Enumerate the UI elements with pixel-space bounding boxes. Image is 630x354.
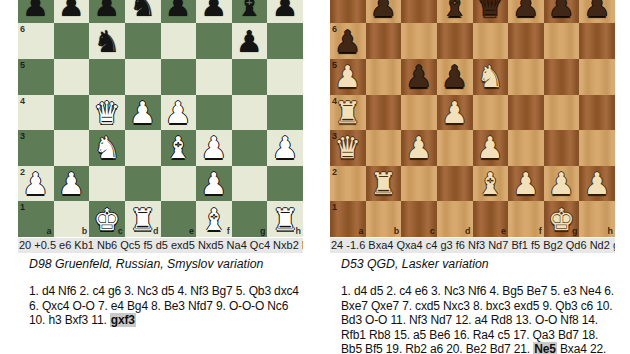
file-label-f: f [539, 227, 542, 236]
file-label-d: d [153, 227, 159, 236]
square-d3[interactable] [437, 130, 473, 166]
white-pawn-c3: ♟ [406, 130, 433, 165]
rank-label-1: 1 [332, 203, 337, 212]
square-c4[interactable]: ♛ [89, 95, 125, 131]
white-pawn-h3: ♟ [272, 130, 299, 165]
square-a3[interactable]: 3 [18, 130, 54, 166]
white-bishop-e3: ♝ [165, 130, 192, 165]
square-h2[interactable]: ♟ [579, 166, 615, 202]
black-knight-d7: ♞ [129, 0, 156, 23]
white-pawn-f2: ♟ [200, 166, 227, 201]
black-pawn-g6: ♟ [236, 24, 263, 59]
eco-opening-name-left: D98 Gruenfeld, Russian, Smyslov variatio… [29, 257, 303, 272]
eco-opening-name-right: D53 QGD, Lasker variation [341, 257, 615, 272]
rank-label-5: 5 [332, 61, 337, 70]
square-f3[interactable] [508, 130, 544, 166]
black-pawn-a7: ♟ [22, 0, 49, 23]
file-label-g: g [572, 227, 578, 236]
square-d3[interactable] [125, 130, 161, 166]
white-queen-c4: ♛ [94, 95, 121, 130]
square-e4[interactable]: ♟ [161, 95, 197, 131]
square-f6[interactable] [508, 23, 544, 59]
file-label-a: a [47, 227, 52, 236]
square-c3[interactable]: ♟ [401, 130, 437, 166]
black-pawn-c5: ♟ [406, 59, 433, 94]
white-pawn-e3: ♟ [477, 130, 504, 165]
square-h7[interactable]: ♟ [267, 0, 303, 23]
square-f4[interactable] [196, 95, 232, 131]
square-b4[interactable] [54, 95, 90, 131]
square-h6[interactable] [267, 23, 303, 59]
black-pawn-h7: ♟ [272, 0, 299, 23]
square-a7[interactable]: 7♟ [18, 0, 54, 23]
square-e7[interactable]: ♛ [473, 0, 509, 23]
square-g2[interactable]: ♟ [544, 166, 580, 202]
white-pawn-h2: ♟ [584, 166, 611, 201]
white-bishop-f1: ♝ [200, 202, 227, 237]
white-pawn-f2: ♟ [512, 166, 539, 201]
square-c1[interactable]: c♚ [89, 201, 125, 237]
file-label-f: f [227, 227, 230, 236]
file-label-a: a [359, 227, 364, 236]
square-b5[interactable] [366, 59, 402, 95]
two-game-analysis-view: 8♜♛♜♚7♟♟♟♞♟♟♝♟6♞♟54♛♟♟3♞♝♟♟2♟♟♟1abc♚d♜ef… [0, 0, 630, 354]
rank-label-5: 5 [20, 61, 25, 70]
file-label-b: b [394, 227, 400, 236]
black-pawn-b7: ♟ [370, 0, 397, 23]
square-c7[interactable] [401, 0, 437, 23]
move-list-right[interactable]: 1. d4 d5 2. c4 e6 3. Nc3 Nf6 4. Bg5 Be7 … [341, 284, 617, 354]
square-f1[interactable]: f [508, 201, 544, 237]
square-f7[interactable]: ♟ [508, 0, 544, 23]
square-c2[interactable] [401, 166, 437, 202]
square-c5[interactable]: ♟ [401, 59, 437, 95]
square-c1[interactable]: c [401, 201, 437, 237]
square-e2[interactable]: ♝ [473, 166, 509, 202]
rank-label-1: 1 [20, 203, 25, 212]
square-g4[interactable] [232, 95, 268, 131]
square-f1[interactable]: f♝ [196, 201, 232, 237]
square-g2[interactable] [232, 166, 268, 202]
square-a1[interactable]: 1a [330, 201, 366, 237]
square-e3[interactable]: ♟ [473, 130, 509, 166]
board-grid-left: 8♜♛♜♚7♟♟♟♞♟♟♝♟6♞♟54♛♟♟3♞♝♟♟2♟♟♟1abc♚d♜ef… [18, 0, 303, 237]
rank-label-3: 3 [332, 132, 337, 141]
square-c4[interactable] [401, 95, 437, 131]
square-c3[interactable]: ♞ [89, 130, 125, 166]
square-d5[interactable] [125, 59, 161, 95]
square-h1[interactable]: h [579, 201, 615, 237]
black-queen-e7: ♛ [477, 0, 504, 23]
file-label-h: h [296, 227, 302, 236]
square-a6[interactable]: 6 [18, 23, 54, 59]
black-pawn-b7: ♟ [58, 0, 85, 23]
white-rook-b2: ♜ [370, 166, 397, 201]
square-g3[interactable] [544, 130, 580, 166]
square-c6[interactable] [401, 23, 437, 59]
rank-label-4: 4 [332, 97, 337, 106]
square-b7[interactable]: ♟ [366, 0, 402, 23]
game-panel-left: 8♜♛♜♚7♟♟♟♞♟♟♝♟6♞♟54♛♟♟3♞♝♟♟2♟♟♟1abc♚d♜ef… [18, 0, 303, 354]
file-label-e: e [189, 227, 194, 236]
board-grid-right: 8♜♜♞♚7♟♝♛♟♟♟6♟5♟♟♟♞4♜♟3♛♟♟2♜♝♟♟♟1abcdefg… [330, 0, 615, 237]
current-move-left[interactable]: gxf3 [110, 313, 136, 327]
square-g5[interactable] [544, 59, 580, 95]
black-pawn-f7: ♟ [512, 0, 539, 23]
square-a5[interactable]: 5♟ [330, 59, 366, 95]
square-g6[interactable] [544, 23, 580, 59]
white-knight-c3: ♞ [94, 130, 121, 165]
file-label-g: g [260, 227, 266, 236]
file-label-h: h [608, 227, 614, 236]
black-pawn-h7: ♟ [584, 0, 611, 23]
white-pawn-f3: ♟ [200, 130, 227, 165]
rank-label-2: 2 [332, 168, 337, 177]
square-h1[interactable]: h♜ [267, 201, 303, 237]
square-b2[interactable]: ♟ [54, 166, 90, 202]
current-move-right[interactable]: Ne5 [533, 342, 557, 354]
square-g7[interactable]: ♟ [544, 0, 580, 23]
square-b4[interactable] [366, 95, 402, 131]
rank-label-3: 3 [20, 132, 25, 141]
file-label-e: e [501, 227, 506, 236]
square-a5[interactable]: 5 [18, 59, 54, 95]
square-b7[interactable]: ♟ [54, 0, 90, 23]
white-pawn-e4: ♟ [165, 95, 192, 130]
black-pawn-g7: ♟ [548, 0, 575, 23]
square-g1[interactable]: g [232, 201, 268, 237]
black-bishop-d7: ♝ [441, 0, 468, 23]
square-c7[interactable]: ♟ [89, 0, 125, 23]
square-h6[interactable] [579, 23, 615, 59]
white-pawn-g2: ♟ [548, 166, 575, 201]
square-b2[interactable]: ♜ [366, 166, 402, 202]
square-b1[interactable]: b [366, 201, 402, 237]
white-pawn-a5: ♟ [334, 59, 361, 94]
square-e6[interactable] [473, 23, 509, 59]
rank-label-2: 2 [20, 168, 25, 177]
file-label-c: c [118, 227, 123, 236]
square-b3[interactable] [54, 130, 90, 166]
white-rook-a4: ♜ [334, 95, 361, 130]
square-d7[interactable]: ♞ [125, 0, 161, 23]
square-f2[interactable]: ♟ [196, 166, 232, 202]
square-d1[interactable]: d♜ [125, 201, 161, 237]
square-a4[interactable]: 4♜ [330, 95, 366, 131]
square-b5[interactable] [54, 59, 90, 95]
square-a1[interactable]: 1a [18, 201, 54, 237]
white-pawn-d4: ♟ [129, 95, 156, 130]
square-b3[interactable] [366, 130, 402, 166]
square-e5[interactable]: ♞ [473, 59, 509, 95]
square-h4[interactable] [579, 95, 615, 131]
game-panel-right: 8♜♜♞♚7♟♝♛♟♟♟6♟5♟♟♟♞4♜♟3♛♟♟2♜♝♟♟♟1abcdefg… [330, 0, 615, 354]
rank-label-6: 6 [332, 25, 337, 34]
white-bishop-e2: ♝ [477, 166, 504, 201]
square-f6[interactable] [196, 23, 232, 59]
rank-label-6: 6 [20, 25, 25, 34]
black-pawn-f7: ♟ [200, 0, 227, 23]
square-f4[interactable] [508, 95, 544, 131]
square-g6[interactable]: ♟ [232, 23, 268, 59]
square-d6[interactable] [437, 23, 473, 59]
square-c2[interactable] [89, 166, 125, 202]
white-king-c1: ♚ [94, 202, 121, 237]
black-pawn-c7: ♟ [94, 0, 121, 23]
square-d1[interactable]: d [437, 201, 473, 237]
square-f5[interactable] [508, 59, 544, 95]
square-e1[interactable]: e [161, 201, 197, 237]
rank-label-4: 4 [20, 97, 25, 106]
square-d2[interactable] [437, 166, 473, 202]
square-d2[interactable] [125, 166, 161, 202]
square-g7[interactable]: ♝ [232, 0, 268, 23]
square-d5[interactable]: ♟ [437, 59, 473, 95]
black-pawn-d5: ♟ [441, 59, 468, 94]
engine-analysis-line-left: 20 +0.5 e6 Kb1 Nb6 Qc5 f5 d5 exd5 Nxd5 N… [18, 238, 303, 253]
chess-board-left: 8♜♛♜♚7♟♟♟♞♟♟♝♟6♞♟54♛♟♟3♞♝♟♟2♟♟♟1abc♚d♜ef… [18, 0, 303, 237]
square-a3[interactable]: 3♛ [330, 130, 366, 166]
square-e6[interactable] [161, 23, 197, 59]
square-f7[interactable]: ♟ [196, 0, 232, 23]
move-list-left[interactable]: 1. d4 Nf6 2. c4 g6 3. Nc3 d5 4. Nf3 Bg7 … [29, 284, 305, 328]
square-h7[interactable]: ♟ [579, 0, 615, 23]
file-label-c: c [430, 227, 435, 236]
square-b6[interactable] [366, 23, 402, 59]
file-label-b: b [82, 227, 88, 236]
square-e5[interactable] [161, 59, 197, 95]
square-f2[interactable]: ♟ [508, 166, 544, 202]
square-a2[interactable]: 2♟ [18, 166, 54, 202]
square-e7[interactable]: ♟ [161, 0, 197, 23]
square-h3[interactable] [579, 130, 615, 166]
square-d7[interactable]: ♝ [437, 0, 473, 23]
moves-before-left[interactable]: 1. d4 Nf6 2. c4 g6 3. Nc3 d5 4. Nf3 Bg7 … [29, 284, 299, 327]
black-pawn-e7: ♟ [165, 0, 192, 23]
white-pawn-b2: ♟ [58, 166, 85, 201]
file-label-d: d [465, 227, 471, 236]
white-pawn-d4: ♟ [441, 95, 468, 130]
square-e1[interactable]: e [473, 201, 509, 237]
square-d4[interactable]: ♟ [437, 95, 473, 131]
square-g3[interactable] [232, 130, 268, 166]
square-c5[interactable] [89, 59, 125, 95]
white-knight-e5: ♞ [477, 59, 504, 94]
black-knight-c6: ♞ [94, 24, 121, 59]
square-f3[interactable]: ♟ [196, 130, 232, 166]
square-a7[interactable]: 7 [330, 0, 366, 23]
square-b1[interactable]: b [54, 201, 90, 237]
square-g5[interactable] [232, 59, 268, 95]
black-bishop-g7: ♝ [236, 0, 263, 23]
square-g4[interactable] [544, 95, 580, 131]
square-f5[interactable] [196, 59, 232, 95]
white-queen-a3: ♛ [334, 130, 361, 165]
black-pawn-a6: ♟ [334, 24, 361, 59]
square-h4[interactable] [267, 95, 303, 131]
square-h5[interactable] [579, 59, 615, 95]
engine-analysis-line-right: 24 -1.6 Bxa4 Qxa4 c4 g3 f6 Nf3 Nd7 Bf1 f… [330, 238, 615, 253]
square-e2[interactable] [161, 166, 197, 202]
square-e4[interactable] [473, 95, 509, 131]
square-d6[interactable] [125, 23, 161, 59]
square-b6[interactable] [54, 23, 90, 59]
square-h2[interactable] [267, 166, 303, 202]
square-a2[interactable]: 2 [330, 166, 366, 202]
square-h3[interactable]: ♟ [267, 130, 303, 166]
square-d4[interactable]: ♟ [125, 95, 161, 131]
square-g1[interactable]: g♚ [544, 201, 580, 237]
chess-board-right: 8♜♜♞♚7♟♝♛♟♟♟6♟5♟♟♟♞4♜♟3♛♟♟2♜♝♟♟♟1abcdefg… [330, 0, 615, 237]
white-pawn-a2: ♟ [22, 166, 49, 201]
square-a4[interactable]: 4 [18, 95, 54, 131]
square-a6[interactable]: 6♟ [330, 23, 366, 59]
square-e3[interactable]: ♝ [161, 130, 197, 166]
square-c6[interactable]: ♞ [89, 23, 125, 59]
square-h5[interactable] [267, 59, 303, 95]
